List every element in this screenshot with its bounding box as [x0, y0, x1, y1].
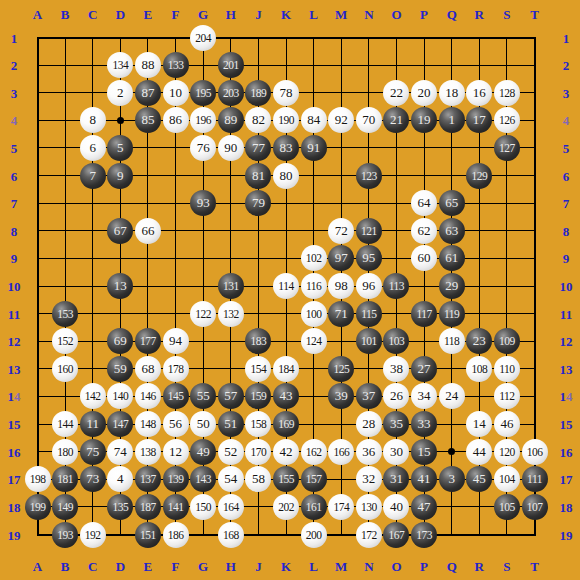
- stone-black-move-107-t18[interactable]: 107: [522, 494, 548, 520]
- move-number: 88: [141, 52, 154, 78]
- move-number: 39: [335, 383, 348, 409]
- row-label-right-1: 1: [563, 31, 570, 44]
- stone-black-move-71-m11[interactable]: 71: [328, 301, 354, 327]
- stone-white-move-18-q3[interactable]: 18: [439, 80, 465, 106]
- stone-white-move-122-g11[interactable]: 122: [190, 301, 216, 327]
- move-number: 31: [390, 466, 403, 492]
- row-label-right-11: 11: [560, 307, 572, 320]
- move-number: 50: [197, 411, 210, 437]
- stone-black-move-7-c6[interactable]: 7: [80, 163, 106, 189]
- move-number: 181: [57, 466, 73, 492]
- coordinate-digit-4: 4: [14, 389, 21, 404]
- stone-black-move-199-a18[interactable]: 199: [25, 494, 51, 520]
- move-number: 183: [251, 328, 267, 354]
- move-number: 93: [197, 190, 210, 216]
- move-number: 139: [168, 466, 184, 492]
- move-number: 82: [252, 107, 265, 133]
- stone-black-move-49-g16[interactable]: 49: [190, 439, 216, 465]
- move-number: 105: [499, 494, 515, 520]
- move-number: 104: [499, 466, 515, 492]
- move-number: 8: [89, 107, 96, 133]
- move-number: 91: [307, 135, 320, 161]
- move-number: 92: [335, 107, 348, 133]
- row-label-right-6: 6: [563, 169, 570, 182]
- move-number: 96: [362, 273, 375, 299]
- move-number: 192: [85, 522, 101, 548]
- move-number: 84: [307, 107, 320, 133]
- stone-white-move-20-p3[interactable]: 20: [411, 80, 437, 106]
- stone-black-move-29-q10[interactable]: 29: [439, 273, 465, 299]
- column-label-top-d: D: [116, 8, 125, 21]
- stone-black-move-153-b11[interactable]: 153: [52, 301, 78, 327]
- move-number: 90: [224, 135, 237, 161]
- stone-black-move-87-e3[interactable]: 87: [135, 80, 161, 106]
- move-number: 106: [527, 439, 543, 465]
- move-number: 37: [362, 383, 375, 409]
- move-number: 41: [418, 466, 431, 492]
- row-label-left-1: 1: [11, 31, 18, 44]
- row-label-left-2: 2: [11, 59, 18, 72]
- stone-black-move-195-g3[interactable]: 195: [190, 80, 216, 106]
- move-number: 110: [499, 356, 514, 382]
- move-number: 138: [140, 439, 156, 465]
- column-label-bottom-n: N: [364, 559, 373, 572]
- stone-black-move-67-d8[interactable]: 67: [107, 218, 133, 244]
- move-number: 124: [306, 328, 322, 354]
- column-label-top-g: G: [198, 8, 208, 21]
- move-number: 30: [390, 439, 403, 465]
- move-number: 128: [499, 80, 515, 106]
- stone-white-move-44-r16[interactable]: 44: [466, 439, 492, 465]
- stone-white-move-94-f12[interactable]: 94: [163, 328, 189, 354]
- stone-white-move-132-h11[interactable]: 132: [218, 301, 244, 327]
- move-number: 114: [278, 273, 293, 299]
- stone-black-move-189-j3[interactable]: 189: [245, 80, 271, 106]
- stone-black-move-75-c16[interactable]: 75: [80, 439, 106, 465]
- move-number: 76: [197, 135, 210, 161]
- move-number: 132: [223, 301, 239, 327]
- stone-black-move-167-o19[interactable]: 167: [383, 522, 409, 548]
- stone-black-move-81-j6[interactable]: 81: [245, 163, 271, 189]
- stone-white-move-162-l16[interactable]: 162: [301, 439, 327, 465]
- stone-white-move-88-e2[interactable]: 88: [135, 52, 161, 78]
- move-number: 20: [418, 80, 431, 106]
- stone-white-move-202-k18[interactable]: 202: [273, 494, 299, 520]
- stone-white-move-172-n19[interactable]: 172: [356, 522, 382, 548]
- move-number: 153: [57, 301, 73, 327]
- star-point: [117, 117, 124, 124]
- stone-black-move-105-s18[interactable]: 105: [494, 494, 520, 520]
- move-number: 169: [278, 411, 294, 437]
- stone-black-move-11-c15[interactable]: 11: [80, 411, 106, 437]
- row-label-left-7: 7: [11, 197, 18, 210]
- row-label-right-4: 4: [563, 114, 570, 127]
- move-number: 150: [195, 494, 211, 520]
- move-number: 18: [445, 80, 458, 106]
- stone-black-move-157-l17[interactable]: 157: [301, 466, 327, 492]
- move-number: 149: [57, 494, 73, 520]
- move-number: 198: [30, 466, 46, 492]
- move-number: 177: [140, 328, 156, 354]
- stone-white-move-120-s16[interactable]: 120: [494, 439, 520, 465]
- stone-white-move-56-f15[interactable]: 56: [163, 411, 189, 437]
- stone-white-move-2-d3[interactable]: 2: [107, 80, 133, 106]
- move-number: 98: [335, 273, 348, 299]
- stone-white-move-128-s3[interactable]: 128: [494, 80, 520, 106]
- stone-black-move-131-h10[interactable]: 131: [218, 273, 244, 299]
- move-number: 72: [335, 218, 348, 244]
- move-number: 57: [224, 383, 237, 409]
- move-number: 64: [418, 190, 431, 216]
- column-label-top-f: F: [172, 8, 180, 21]
- stone-black-move-125-m13[interactable]: 125: [328, 356, 354, 382]
- stone-black-move-145-f14[interactable]: 145: [163, 383, 189, 409]
- stone-white-move-138-e16[interactable]: 138: [135, 439, 161, 465]
- stone-black-move-193-b19[interactable]: 193: [52, 522, 78, 548]
- stone-white-move-108-r13[interactable]: 108: [466, 356, 492, 382]
- move-number: 161: [306, 494, 322, 520]
- stone-white-move-164-h18[interactable]: 164: [218, 494, 244, 520]
- column-label-bottom-s: S: [503, 559, 510, 572]
- stone-black-move-119-q11[interactable]: 119: [439, 301, 465, 327]
- stone-white-move-118-q12[interactable]: 118: [439, 328, 465, 354]
- stone-black-move-27-p13[interactable]: 27: [411, 356, 437, 382]
- move-number: 74: [114, 439, 127, 465]
- move-number: 45: [473, 466, 486, 492]
- move-number: 12: [169, 439, 182, 465]
- move-number: 61: [445, 245, 458, 271]
- move-number: 79: [252, 190, 265, 216]
- stone-white-move-148-e15[interactable]: 148: [135, 411, 161, 437]
- stone-white-move-86-f4[interactable]: 86: [163, 107, 189, 133]
- move-number: 126: [499, 107, 515, 133]
- move-number: 147: [112, 411, 128, 437]
- stone-white-move-192-c19[interactable]: 192: [80, 522, 106, 548]
- row-label-left-10: 10: [8, 280, 21, 293]
- stone-black-move-149-b18[interactable]: 149: [52, 494, 78, 520]
- stone-white-move-200-l19[interactable]: 200: [301, 522, 327, 548]
- stone-white-move-24-q14[interactable]: 24: [439, 383, 465, 409]
- stone-black-move-133-f2[interactable]: 133: [163, 52, 189, 78]
- column-label-top-e: E: [144, 8, 153, 21]
- stone-white-move-30-o16[interactable]: 30: [383, 439, 409, 465]
- stone-white-move-66-e8[interactable]: 66: [135, 218, 161, 244]
- move-number: 160: [57, 356, 73, 382]
- move-number: 120: [499, 439, 515, 465]
- move-number: 7: [89, 163, 96, 189]
- move-number: 58: [252, 466, 265, 492]
- move-number: 133: [168, 52, 184, 78]
- column-label-bottom-o: O: [391, 559, 401, 572]
- move-number: 142: [85, 383, 101, 409]
- move-number: 107: [527, 494, 543, 520]
- stone-black-move-91-l5[interactable]: 91: [301, 135, 327, 161]
- stone-black-move-151-e19[interactable]: 151: [135, 522, 161, 548]
- move-number: 63: [445, 218, 458, 244]
- stone-white-move-42-k16[interactable]: 42: [273, 439, 299, 465]
- stone-white-move-90-h5[interactable]: 90: [218, 135, 244, 161]
- stone-black-move-101-n12[interactable]: 101: [356, 328, 382, 354]
- move-number: 201: [223, 52, 239, 78]
- move-number: 89: [224, 107, 237, 133]
- move-number: 115: [361, 301, 376, 327]
- stone-white-move-12-f16[interactable]: 12: [163, 439, 189, 465]
- move-number: 122: [195, 301, 211, 327]
- move-number: 19: [418, 107, 431, 133]
- stone-black-move-203-h3[interactable]: 203: [218, 80, 244, 106]
- move-number: 162: [306, 439, 322, 465]
- move-number: 184: [278, 356, 294, 382]
- move-number: 140: [112, 383, 128, 409]
- stone-white-move-180-b16[interactable]: 180: [52, 439, 78, 465]
- move-number: 166: [333, 439, 349, 465]
- move-number: 22: [390, 80, 403, 106]
- stone-white-move-106-t16[interactable]: 106: [522, 439, 548, 465]
- move-number: 148: [140, 411, 156, 437]
- stone-white-move-84-l4[interactable]: 84: [301, 107, 327, 133]
- move-number: 67: [114, 218, 127, 244]
- move-number: 159: [251, 383, 267, 409]
- stone-black-move-83-k5[interactable]: 83: [273, 135, 299, 161]
- move-number: 71: [335, 301, 348, 327]
- move-number: 200: [306, 522, 322, 548]
- stone-black-move-47-p18[interactable]: 47: [411, 494, 437, 520]
- stone-white-move-204-g1[interactable]: 204: [190, 25, 216, 51]
- stone-white-move-102-l9[interactable]: 102: [301, 245, 327, 271]
- column-label-bottom-e: E: [144, 559, 153, 572]
- row-label-right-10: 10: [560, 280, 573, 293]
- stone-black-move-139-f17[interactable]: 139: [163, 466, 189, 492]
- move-number: 81: [252, 163, 265, 189]
- stone-black-move-3-q17[interactable]: 3: [439, 466, 465, 492]
- move-number: 29: [445, 273, 458, 299]
- move-number: 36: [362, 439, 375, 465]
- move-number: 40: [390, 494, 403, 520]
- stone-white-move-32-n17[interactable]: 32: [356, 466, 382, 492]
- stone-white-move-36-n16[interactable]: 36: [356, 439, 382, 465]
- row-label-right-15: 15: [560, 418, 573, 431]
- stone-white-move-186-f19[interactable]: 186: [163, 522, 189, 548]
- move-number: 26: [390, 383, 403, 409]
- stone-white-move-170-j16[interactable]: 170: [245, 439, 271, 465]
- row-label-left-13: 13: [8, 362, 21, 375]
- stone-black-move-89-h4[interactable]: 89: [218, 107, 244, 133]
- row-label-right-9: 9: [563, 252, 570, 265]
- stone-black-move-115-n11[interactable]: 115: [356, 301, 382, 327]
- move-number: 34: [418, 383, 431, 409]
- column-label-bottom-t: T: [530, 559, 539, 572]
- move-number: 23: [473, 328, 486, 354]
- move-number: 78: [280, 80, 293, 106]
- stone-white-move-76-g5[interactable]: 76: [190, 135, 216, 161]
- move-number: 137: [140, 466, 156, 492]
- stone-white-move-10-f3[interactable]: 10: [163, 80, 189, 106]
- move-number: 173: [416, 522, 432, 548]
- move-number: 129: [471, 163, 487, 189]
- row-label-right-5: 5: [563, 141, 570, 154]
- stone-white-move-114-k10[interactable]: 114: [273, 273, 299, 299]
- column-label-top-c: C: [88, 8, 97, 21]
- stone-white-move-150-g18[interactable]: 150: [190, 494, 216, 520]
- stone-black-move-169-k15[interactable]: 169: [273, 411, 299, 437]
- move-number: 86: [169, 107, 182, 133]
- move-number: 174: [333, 494, 349, 520]
- stone-white-move-80-k6[interactable]: 80: [273, 163, 299, 189]
- move-number: 204: [195, 25, 211, 51]
- stone-black-move-121-n8[interactable]: 121: [356, 218, 382, 244]
- stone-white-move-116-l10[interactable]: 116: [301, 273, 327, 299]
- move-number: 168: [223, 522, 239, 548]
- stone-black-move-173-p19[interactable]: 173: [411, 522, 437, 548]
- move-number: 144: [57, 411, 73, 437]
- stone-white-move-178-f13[interactable]: 178: [163, 356, 189, 382]
- stone-white-move-8-c4[interactable]: 8: [80, 107, 106, 133]
- move-number: 119: [444, 301, 459, 327]
- stone-white-move-6-c5[interactable]: 6: [80, 135, 106, 161]
- stone-black-move-15-p16[interactable]: 15: [411, 439, 437, 465]
- move-number: 66: [141, 218, 154, 244]
- row-label-left-18: 18: [8, 500, 21, 513]
- stone-black-move-141-f18[interactable]: 141: [163, 494, 189, 520]
- stone-black-move-161-l18[interactable]: 161: [301, 494, 327, 520]
- column-label-bottom-b: B: [61, 559, 70, 572]
- move-number: 80: [280, 163, 293, 189]
- stone-white-move-168-h19[interactable]: 168: [218, 522, 244, 548]
- coordinate-digit-4: 4: [566, 389, 573, 404]
- stone-white-move-124-l12[interactable]: 124: [301, 328, 327, 354]
- stone-black-move-201-h2[interactable]: 201: [218, 52, 244, 78]
- move-number: 203: [223, 80, 239, 106]
- column-label-bottom-f: F: [172, 559, 180, 572]
- column-label-top-q: Q: [447, 8, 457, 21]
- column-label-bottom-q: Q: [447, 559, 457, 572]
- stone-black-move-61-q9[interactable]: 61: [439, 245, 465, 271]
- stone-black-move-9-d6[interactable]: 9: [107, 163, 133, 189]
- move-number: 164: [223, 494, 239, 520]
- stone-black-move-51-h15[interactable]: 51: [218, 411, 244, 437]
- move-number: 125: [333, 356, 349, 382]
- move-number: 94: [169, 328, 182, 354]
- stone-black-move-129-r6[interactable]: 129: [466, 163, 492, 189]
- move-number: 87: [141, 80, 154, 106]
- stone-white-move-68-e13[interactable]: 68: [135, 356, 161, 382]
- move-number: 65: [445, 190, 458, 216]
- move-number: 24: [445, 383, 458, 409]
- stone-white-move-184-k13[interactable]: 184: [273, 356, 299, 382]
- column-label-top-h: H: [226, 8, 236, 21]
- stone-white-move-130-n18[interactable]: 130: [356, 494, 382, 520]
- stone-black-move-1-q4[interactable]: 1: [439, 107, 465, 133]
- stone-white-move-52-h16[interactable]: 52: [218, 439, 244, 465]
- column-label-bottom-m: M: [335, 559, 347, 572]
- move-number: 15: [418, 439, 431, 465]
- stone-white-move-74-d16[interactable]: 74: [107, 439, 133, 465]
- column-label-bottom-l: L: [309, 559, 318, 572]
- move-number: 195: [195, 80, 211, 106]
- stone-white-move-78-k3[interactable]: 78: [273, 80, 299, 106]
- row-label-left-8: 8: [11, 224, 18, 237]
- move-number: 167: [389, 522, 405, 548]
- stone-white-move-72-m8[interactable]: 72: [328, 218, 354, 244]
- stone-black-move-117-p11[interactable]: 117: [411, 301, 437, 327]
- move-number: 49: [197, 439, 210, 465]
- move-number: 143: [195, 466, 211, 492]
- move-number: 158: [251, 411, 267, 437]
- move-number: 102: [306, 245, 322, 271]
- move-number: 145: [168, 383, 184, 409]
- column-label-top-k: K: [281, 8, 291, 21]
- column-label-bottom-p: P: [420, 559, 428, 572]
- move-number: 123: [361, 163, 377, 189]
- stone-black-move-63-q8[interactable]: 63: [439, 218, 465, 244]
- move-number: 55: [197, 383, 210, 409]
- move-number: 6: [89, 135, 96, 161]
- stone-white-move-46-s15[interactable]: 46: [494, 411, 520, 437]
- stone-black-move-127-s5[interactable]: 127: [494, 135, 520, 161]
- move-number: 62: [418, 218, 431, 244]
- stone-black-move-123-n6[interactable]: 123: [356, 163, 382, 189]
- stone-white-move-110-s13[interactable]: 110: [494, 356, 520, 382]
- move-number: 146: [140, 383, 156, 409]
- move-number: 118: [444, 328, 459, 354]
- move-number: 35: [390, 411, 403, 437]
- column-label-top-r: R: [475, 8, 484, 21]
- row-label-right-18: 18: [560, 500, 573, 513]
- move-number: 130: [361, 494, 377, 520]
- stone-black-move-33-p15[interactable]: 33: [411, 411, 437, 437]
- stone-white-move-28-n15[interactable]: 28: [356, 411, 382, 437]
- stone-white-move-198-a17[interactable]: 198: [25, 466, 51, 492]
- stone-black-move-111-t17[interactable]: 111: [522, 466, 548, 492]
- move-number: 28: [362, 411, 375, 437]
- stone-white-move-174-m18[interactable]: 174: [328, 494, 354, 520]
- column-label-top-l: L: [309, 8, 318, 21]
- move-number: 46: [500, 411, 513, 437]
- stone-white-move-70-n4[interactable]: 70: [356, 107, 382, 133]
- move-number: 199: [30, 494, 46, 520]
- stone-white-move-160-b13[interactable]: 160: [52, 356, 78, 382]
- move-number: 172: [361, 522, 377, 548]
- move-number: 157: [306, 466, 322, 492]
- move-number: 111: [527, 466, 542, 492]
- stone-black-move-59-d13[interactable]: 59: [107, 356, 133, 382]
- row-label-left-3: 3: [11, 86, 18, 99]
- stone-white-move-16-r3[interactable]: 16: [466, 80, 492, 106]
- stone-black-move-65-q7[interactable]: 65: [439, 190, 465, 216]
- coordinate-digit-4: 4: [563, 113, 570, 128]
- move-number: 97: [335, 245, 348, 271]
- column-label-bottom-h: H: [226, 559, 236, 572]
- column-label-bottom-c: C: [88, 559, 97, 572]
- move-number: 1: [448, 107, 455, 133]
- column-label-bottom-k: K: [281, 559, 291, 572]
- stone-black-move-109-s12[interactable]: 109: [494, 328, 520, 354]
- stone-black-move-73-c17[interactable]: 73: [80, 466, 106, 492]
- stone-white-move-166-m16[interactable]: 166: [328, 439, 354, 465]
- stone-white-move-54-h17[interactable]: 54: [218, 466, 244, 492]
- stone-white-move-96-n10[interactable]: 96: [356, 273, 382, 299]
- stone-white-move-62-p8[interactable]: 62: [411, 218, 437, 244]
- stone-white-move-100-l11[interactable]: 100: [301, 301, 327, 327]
- move-number: 17: [473, 107, 486, 133]
- move-number: 56: [169, 411, 182, 437]
- move-number: 47: [418, 494, 431, 520]
- stone-black-move-187-e18[interactable]: 187: [135, 494, 161, 520]
- move-number: 131: [223, 273, 239, 299]
- move-number: 73: [86, 466, 99, 492]
- move-number: 44: [473, 439, 486, 465]
- move-number: 152: [57, 328, 73, 354]
